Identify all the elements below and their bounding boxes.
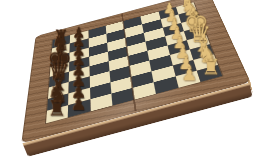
perspective-wrapper: ♜♟♟♜♞♟♟♞♝♟♟♝♚♟♟♚♛♟♟♛♝♟♟♝♞♟♟♞♜♟♟♜ — [0, 0, 260, 159]
black-rook[interactable]: ♜ — [48, 98, 67, 119]
white-pawn[interactable]: ♟ — [181, 66, 197, 84]
white-rook[interactable]: ♜ — [201, 57, 220, 78]
black-pawn[interactable]: ♟ — [71, 95, 87, 113]
chess-set-photo: ♜♟♟♜♞♟♟♞♝♟♟♝♚♟♟♚♛♟♟♛♝♟♟♝♞♟♟♞♜♟♟♜ — [0, 0, 260, 159]
chess-board: ♜♟♟♜♞♟♟♞♝♟♟♝♚♟♟♚♛♟♟♛♝♟♟♝♞♟♟♞♜♟♟♜ — [21, 0, 250, 144]
square-b5[interactable] — [110, 77, 132, 94]
